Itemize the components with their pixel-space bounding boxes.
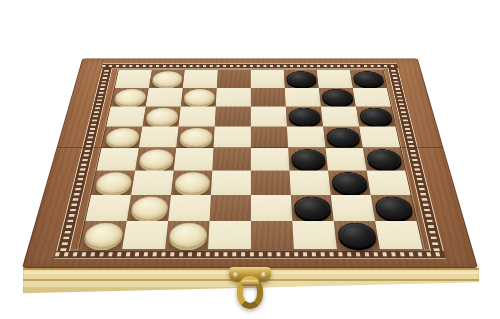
- board-square[interactable]: [146, 88, 183, 107]
- board-square[interactable]: [285, 88, 321, 107]
- board-square[interactable]: [210, 195, 251, 221]
- board-square[interactable]: [286, 107, 323, 127]
- board-square[interactable]: [334, 221, 380, 249]
- board-square[interactable]: [371, 195, 417, 221]
- board-square[interactable]: [353, 88, 391, 107]
- board-square[interactable]: [217, 70, 251, 88]
- black-checker-piece[interactable]: [321, 89, 354, 106]
- board-square[interactable]: [79, 221, 127, 249]
- board-square[interactable]: [127, 195, 171, 221]
- board-square[interactable]: [287, 127, 326, 148]
- white-checker-piece[interactable]: [168, 222, 207, 247]
- board-square[interactable]: [251, 127, 288, 148]
- board-square[interactable]: [350, 70, 387, 88]
- board-square[interactable]: [317, 70, 353, 88]
- board-square[interactable]: [176, 127, 214, 148]
- mosaic-border-bottom: [54, 250, 446, 259]
- board-square[interactable]: [375, 221, 423, 249]
- board-square[interactable]: [212, 148, 251, 171]
- board-square[interactable]: [331, 195, 375, 221]
- white-checker-piece[interactable]: [173, 172, 210, 194]
- board-square[interactable]: [251, 195, 292, 221]
- board-square[interactable]: [319, 88, 356, 107]
- checkers-board: [22, 59, 478, 268]
- black-checker-piece[interactable]: [325, 128, 360, 147]
- board-square[interactable]: [251, 148, 290, 171]
- clasp-pin: [241, 280, 259, 286]
- black-checker-piece[interactable]: [288, 108, 321, 126]
- board-square[interactable]: [321, 107, 359, 127]
- board-square[interactable]: [251, 171, 291, 195]
- board-square[interactable]: [171, 171, 212, 195]
- board-square[interactable]: [142, 107, 180, 127]
- white-checker-piece[interactable]: [129, 196, 168, 219]
- white-checker-piece[interactable]: [138, 149, 174, 169]
- board-square[interactable]: [179, 107, 216, 127]
- board-square[interactable]: [251, 88, 286, 107]
- board-square[interactable]: [131, 171, 174, 195]
- black-checker-piece[interactable]: [352, 71, 385, 87]
- board-square[interactable]: [284, 70, 319, 88]
- white-checker-piece[interactable]: [104, 128, 140, 147]
- board-square[interactable]: [181, 88, 217, 107]
- board-square[interactable]: [122, 221, 168, 249]
- board-square[interactable]: [356, 107, 395, 127]
- black-checker-piece[interactable]: [290, 149, 325, 169]
- board-square[interactable]: [289, 171, 330, 195]
- board-square[interactable]: [323, 127, 363, 148]
- board-square[interactable]: [216, 88, 251, 107]
- white-checker-piece[interactable]: [151, 71, 183, 87]
- board-square[interactable]: [85, 195, 131, 221]
- black-checker-piece[interactable]: [365, 149, 403, 169]
- white-checker-piece[interactable]: [82, 222, 124, 247]
- black-checker-piece[interactable]: [336, 222, 377, 247]
- white-checker-piece[interactable]: [113, 89, 147, 106]
- white-checker-piece[interactable]: [94, 172, 133, 194]
- black-checker-piece[interactable]: [286, 71, 317, 87]
- board-square[interactable]: [328, 171, 371, 195]
- board-square[interactable]: [292, 221, 337, 249]
- white-checker-piece[interactable]: [145, 108, 179, 126]
- white-checker-piece[interactable]: [178, 128, 212, 147]
- board-square[interactable]: [135, 148, 176, 171]
- board-square[interactable]: [139, 127, 179, 148]
- board-square[interactable]: [251, 107, 287, 127]
- board-square[interactable]: [91, 171, 135, 195]
- board-square[interactable]: [106, 107, 145, 127]
- board-square[interactable]: [102, 127, 143, 148]
- board-photo: [0, 0, 500, 319]
- black-checker-piece[interactable]: [330, 172, 368, 194]
- board-square[interactable]: [291, 195, 334, 221]
- board-square[interactable]: [174, 148, 214, 171]
- board-square[interactable]: [288, 148, 328, 171]
- board-square[interactable]: [183, 70, 218, 88]
- board-grid: [78, 70, 424, 250]
- board-square[interactable]: [149, 70, 185, 88]
- black-checker-piece[interactable]: [358, 108, 393, 126]
- board-square[interactable]: [97, 148, 139, 171]
- board-square[interactable]: [111, 88, 149, 107]
- black-checker-piece[interactable]: [293, 196, 331, 219]
- board-square[interactable]: [211, 171, 251, 195]
- board-square[interactable]: [251, 70, 285, 88]
- board-square[interactable]: [215, 107, 251, 127]
- board-square[interactable]: [115, 70, 152, 88]
- board-square[interactable]: [214, 127, 251, 148]
- mosaic-border-top: [102, 63, 398, 68]
- board-square[interactable]: [359, 127, 400, 148]
- box-clasp: [229, 267, 271, 311]
- black-checker-piece[interactable]: [373, 196, 414, 219]
- board-square[interactable]: [363, 148, 405, 171]
- board-square[interactable]: [325, 148, 366, 171]
- board-square[interactable]: [251, 221, 294, 249]
- board-square[interactable]: [208, 221, 251, 249]
- white-checker-piece[interactable]: [183, 89, 215, 106]
- board-square[interactable]: [168, 195, 211, 221]
- board-square[interactable]: [367, 171, 411, 195]
- board-square[interactable]: [165, 221, 209, 249]
